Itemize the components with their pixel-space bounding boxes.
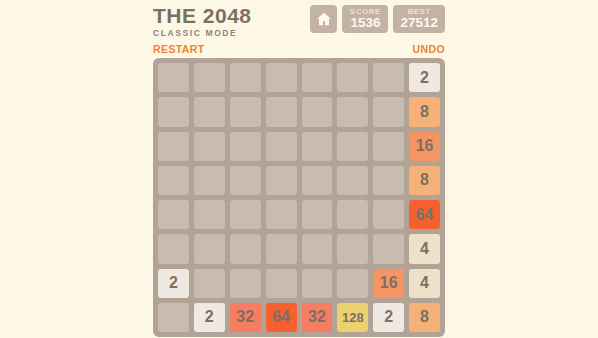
empty-cell-r3c5	[302, 132, 333, 161]
score-value: 1536	[350, 16, 380, 31]
app-container: THE 2048 CLASSIC MODE SCORE 1536 BEST 27…	[153, 0, 445, 337]
tile-32-r8c3: 32	[230, 303, 261, 332]
empty-cell-r7c3	[230, 269, 261, 298]
empty-cell-r7c6	[337, 269, 368, 298]
empty-cell-r3c3	[230, 132, 261, 161]
toolbar: RESTART UNDO	[153, 43, 445, 55]
empty-cell-r6c5	[302, 234, 333, 263]
empty-cell-r4c7	[373, 166, 404, 195]
tile-64-r8c4: 64	[266, 303, 297, 332]
empty-cell-r6c7	[373, 234, 404, 263]
empty-cell-r6c3	[230, 234, 261, 263]
tile-4-r6c8: 4	[409, 234, 440, 263]
empty-cell-r4c1	[158, 166, 189, 195]
tile-8-r2c8: 8	[409, 97, 440, 126]
empty-cell-r1c2	[194, 63, 225, 92]
empty-cell-r7c5	[302, 269, 333, 298]
empty-cell-r2c3	[230, 97, 261, 126]
empty-cell-r6c6	[337, 234, 368, 263]
empty-cell-r4c6	[337, 166, 368, 195]
empty-cell-r5c2	[194, 200, 225, 229]
home-icon	[316, 11, 332, 27]
tile-2-r7c1: 2	[158, 269, 189, 298]
empty-cell-r4c4	[266, 166, 297, 195]
best-value: 27512	[400, 16, 438, 31]
page-title: THE 2048	[153, 5, 252, 26]
best-box: BEST 27512	[393, 5, 445, 33]
empty-cell-r3c2	[194, 132, 225, 161]
undo-button[interactable]: UNDO	[412, 43, 445, 55]
empty-cell-r2c7	[373, 97, 404, 126]
empty-cell-r2c5	[302, 97, 333, 126]
empty-cell-r5c3	[230, 200, 261, 229]
home-button[interactable]	[310, 5, 337, 33]
empty-cell-r5c1	[158, 200, 189, 229]
empty-cell-r3c7	[373, 132, 404, 161]
empty-cell-r1c3	[230, 63, 261, 92]
game-board[interactable]: 281686442164232643212828	[153, 58, 445, 337]
empty-cell-r2c1	[158, 97, 189, 126]
title-block: THE 2048 CLASSIC MODE	[153, 5, 252, 38]
empty-cell-r1c7	[373, 63, 404, 92]
restart-button[interactable]: RESTART	[153, 43, 205, 55]
tile-32-r8c5: 32	[302, 303, 333, 332]
empty-cell-r4c3	[230, 166, 261, 195]
tile-16-r3c8: 16	[409, 132, 440, 161]
score-box: SCORE 1536	[342, 5, 388, 33]
empty-cell-r1c1	[158, 63, 189, 92]
empty-cell-r3c6	[337, 132, 368, 161]
empty-cell-r6c2	[194, 234, 225, 263]
empty-cell-r5c4	[266, 200, 297, 229]
tile-2-r1c8: 2	[409, 63, 440, 92]
empty-cell-r5c6	[337, 200, 368, 229]
empty-cell-r2c2	[194, 97, 225, 126]
empty-cell-r2c6	[337, 97, 368, 126]
empty-cell-r2c4	[266, 97, 297, 126]
tile-64-r5c8: 64	[409, 200, 440, 229]
stats-bar: SCORE 1536 BEST 27512	[310, 5, 445, 33]
tile-16-r7c7: 16	[373, 269, 404, 298]
empty-cell-r5c7	[373, 200, 404, 229]
empty-cell-r8c1	[158, 303, 189, 332]
empty-cell-r4c2	[194, 166, 225, 195]
empty-cell-r1c4	[266, 63, 297, 92]
tile-8-r8c8: 8	[409, 303, 440, 332]
tile-8-r4c8: 8	[409, 166, 440, 195]
tile-4-r7c8: 4	[409, 269, 440, 298]
empty-cell-r7c2	[194, 269, 225, 298]
empty-cell-r3c1	[158, 132, 189, 161]
empty-cell-r6c1	[158, 234, 189, 263]
empty-cell-r6c4	[266, 234, 297, 263]
header: THE 2048 CLASSIC MODE SCORE 1536 BEST 27…	[153, 5, 445, 38]
empty-cell-r5c5	[302, 200, 333, 229]
empty-cell-r1c5	[302, 63, 333, 92]
empty-cell-r4c5	[302, 166, 333, 195]
tile-2-r8c2: 2	[194, 303, 225, 332]
tile-128-r8c6: 128	[337, 303, 368, 332]
empty-cell-r3c4	[266, 132, 297, 161]
empty-cell-r7c4	[266, 269, 297, 298]
mode-subtitle: CLASSIC MODE	[153, 29, 252, 38]
empty-cell-r1c6	[337, 63, 368, 92]
tile-2-r8c7: 2	[373, 303, 404, 332]
